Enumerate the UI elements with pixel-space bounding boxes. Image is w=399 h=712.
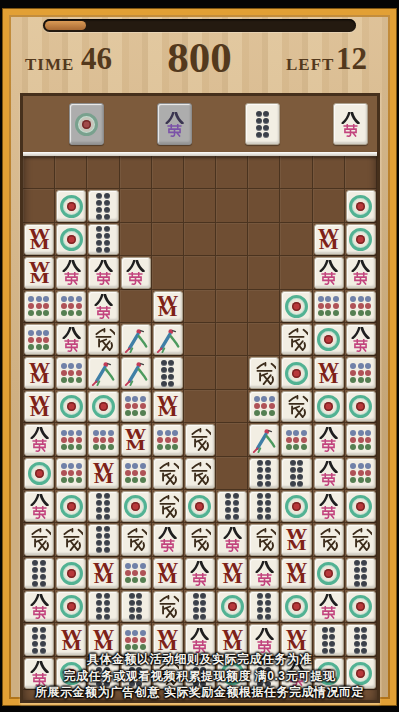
board-cell bbox=[120, 290, 152, 323]
glyph-dot8 bbox=[225, 493, 239, 520]
tile-wan[interactable]: WM bbox=[24, 357, 54, 388]
tile-dot1[interactable] bbox=[217, 591, 247, 622]
board-cell bbox=[216, 390, 248, 423]
board-cell bbox=[120, 256, 152, 289]
glyph-wan: WM bbox=[29, 229, 49, 250]
char-wan bbox=[319, 473, 338, 486]
tile-wan[interactable]: WM bbox=[153, 391, 183, 422]
board-cell bbox=[184, 156, 216, 189]
glyph-dot9 bbox=[125, 396, 147, 416]
tile-wan[interactable]: WM bbox=[24, 224, 54, 255]
tile-dot9[interactable] bbox=[56, 291, 86, 322]
header: TIME 46 800 LEFT 12 bbox=[9, 33, 390, 89]
board-cell bbox=[23, 323, 55, 356]
tile-wan8[interactable] bbox=[121, 257, 151, 288]
tile-dot9[interactable] bbox=[88, 424, 118, 455]
tile-wan8[interactable] bbox=[346, 324, 376, 355]
board-cell bbox=[248, 323, 280, 356]
board-cell bbox=[216, 590, 248, 623]
tile-dot1[interactable] bbox=[346, 190, 376, 221]
tile-dot8[interactable] bbox=[88, 190, 118, 221]
board-cell bbox=[23, 423, 55, 456]
board-cell bbox=[248, 523, 280, 556]
glyph-wan: WM bbox=[318, 363, 338, 384]
tile-dot1[interactable] bbox=[314, 391, 344, 422]
tile-fa[interactable] bbox=[314, 524, 344, 555]
timer-progress-bar bbox=[43, 19, 356, 32]
board-cell bbox=[345, 290, 377, 323]
tile-dot9[interactable] bbox=[346, 424, 376, 455]
tile-wan8[interactable] bbox=[314, 458, 344, 489]
board-cell: WM bbox=[23, 356, 55, 389]
tile-dot1[interactable] bbox=[281, 291, 311, 322]
board-cell bbox=[152, 156, 184, 189]
tile-dot1[interactable] bbox=[185, 491, 215, 522]
board-cell: WM bbox=[313, 223, 345, 256]
tile-wan[interactable]: WM bbox=[217, 558, 247, 589]
tile-wan[interactable]: WM bbox=[24, 257, 54, 288]
glyph-dot8 bbox=[256, 111, 270, 138]
board-cell: WM bbox=[87, 457, 119, 490]
tile-dot8[interactable] bbox=[249, 491, 279, 522]
board-cell bbox=[184, 356, 216, 389]
board-cell bbox=[152, 256, 184, 289]
char-ba bbox=[94, 260, 113, 272]
tile-wan8[interactable] bbox=[88, 257, 118, 288]
board-cell bbox=[280, 390, 312, 423]
board-cell bbox=[216, 523, 248, 556]
glyph-fa bbox=[60, 528, 83, 551]
glyph-dot1 bbox=[349, 495, 372, 518]
board-cell bbox=[23, 189, 55, 222]
tile-fa[interactable] bbox=[185, 524, 215, 555]
tile-wan8[interactable] bbox=[314, 424, 344, 455]
tile-dot1[interactable] bbox=[314, 324, 344, 355]
board-cell bbox=[248, 156, 280, 189]
glyph-fa bbox=[285, 328, 308, 351]
board-cell bbox=[23, 457, 55, 490]
char-ba bbox=[223, 527, 242, 539]
tile-dot8[interactable] bbox=[88, 524, 118, 555]
glyph-wan: WM bbox=[29, 396, 49, 417]
board-cell bbox=[23, 557, 55, 590]
glyph-wan: WM bbox=[61, 630, 81, 651]
glyph-wan: WM bbox=[286, 630, 306, 651]
tile-dot1[interactable] bbox=[346, 491, 376, 522]
glyph-wan8 bbox=[30, 494, 49, 519]
board-cell bbox=[248, 457, 280, 490]
tile-dot1[interactable] bbox=[281, 591, 311, 622]
tile-wan[interactable]: WM bbox=[314, 224, 344, 255]
tile-fa[interactable] bbox=[88, 324, 118, 355]
glyph-dot1 bbox=[28, 462, 51, 485]
board-cell bbox=[87, 423, 119, 456]
tile-fa[interactable] bbox=[281, 324, 311, 355]
char-ba bbox=[319, 594, 338, 606]
char-ba bbox=[30, 594, 49, 606]
tile-dot9[interactable] bbox=[121, 391, 151, 422]
glyph-wan: WM bbox=[158, 396, 178, 417]
glyph-dot1 bbox=[349, 595, 372, 618]
board-cell bbox=[184, 223, 216, 256]
tile-wan8[interactable] bbox=[56, 257, 86, 288]
char-wan bbox=[190, 573, 209, 586]
board-cell bbox=[23, 290, 55, 323]
glyph-bamboo1-bird bbox=[90, 360, 116, 386]
tile-dot8[interactable] bbox=[88, 591, 118, 622]
tile-dot1[interactable] bbox=[281, 357, 311, 388]
tile-dot8[interactable] bbox=[121, 591, 151, 622]
board-cell bbox=[216, 490, 248, 523]
tile-wan8[interactable] bbox=[185, 558, 215, 589]
char-ba bbox=[94, 294, 113, 306]
glyph-dot9 bbox=[286, 430, 308, 450]
board-cell: WM bbox=[152, 390, 184, 423]
tile-wan8[interactable] bbox=[249, 558, 279, 589]
board-cell bbox=[55, 256, 87, 289]
tile-wan8[interactable] bbox=[333, 103, 368, 145]
board-cell bbox=[152, 189, 184, 222]
tile-dot9[interactable] bbox=[121, 458, 151, 489]
board-cell bbox=[280, 256, 312, 289]
tile-dot1[interactable] bbox=[56, 224, 86, 255]
glyph-fa bbox=[188, 462, 211, 485]
board-cell bbox=[120, 356, 152, 389]
tile-dot1[interactable] bbox=[56, 491, 86, 522]
board-cell bbox=[313, 290, 345, 323]
glyph-bamboo1-bird bbox=[123, 327, 149, 353]
glyph-dot9 bbox=[350, 463, 372, 483]
tile-bamboo1-bird[interactable] bbox=[153, 324, 183, 355]
glyph-dot8 bbox=[96, 193, 110, 220]
glyph-dot9 bbox=[61, 363, 83, 383]
tile-dot8[interactable] bbox=[88, 491, 118, 522]
char-wan bbox=[62, 272, 81, 285]
tile-fa[interactable] bbox=[56, 524, 86, 555]
board-cell bbox=[248, 189, 280, 222]
tile-wan8[interactable] bbox=[24, 424, 54, 455]
tile-dot8[interactable] bbox=[153, 357, 183, 388]
board-cell bbox=[87, 523, 119, 556]
tile-dot1[interactable] bbox=[314, 558, 344, 589]
tile-bamboo1-bird[interactable] bbox=[121, 357, 151, 388]
glyph-dot1 bbox=[60, 228, 83, 251]
tile-fa[interactable] bbox=[153, 458, 183, 489]
board-cell bbox=[345, 256, 377, 289]
board-cell bbox=[120, 590, 152, 623]
board-cell bbox=[87, 290, 119, 323]
glyph-dot8 bbox=[129, 593, 143, 620]
glyph-fa bbox=[156, 462, 179, 485]
char-wan bbox=[319, 272, 338, 285]
glyph-dot8 bbox=[193, 593, 207, 620]
glyph-dot9 bbox=[28, 330, 50, 350]
tile-fa[interactable] bbox=[185, 424, 215, 455]
board-cell bbox=[23, 590, 55, 623]
char-wan bbox=[341, 124, 360, 137]
tile-dot8[interactable] bbox=[88, 224, 118, 255]
board-cell bbox=[280, 323, 312, 356]
board-cell bbox=[280, 290, 312, 323]
tile-wan8[interactable] bbox=[346, 257, 376, 288]
disclaimer-line-1: 具体金额以活动细则及实际完成任务为准 bbox=[0, 651, 399, 668]
char-wan bbox=[126, 272, 145, 285]
glyph-fa bbox=[285, 395, 308, 418]
board-cell: WM bbox=[280, 523, 312, 556]
board-cell bbox=[55, 156, 87, 189]
glyph-dot8 bbox=[32, 560, 46, 587]
tile-wan[interactable]: WM bbox=[88, 558, 118, 589]
board-cell bbox=[216, 457, 248, 490]
tile-fa[interactable] bbox=[281, 391, 311, 422]
tile-dot9[interactable] bbox=[281, 424, 311, 455]
char-wan bbox=[255, 573, 274, 586]
glyph-dot9 bbox=[157, 430, 179, 450]
board-cell: WM bbox=[280, 557, 312, 590]
glyph-wan8 bbox=[62, 327, 81, 352]
tile-dot8[interactable] bbox=[249, 591, 279, 622]
tile-dot1[interactable] bbox=[346, 391, 376, 422]
glyph-dot8 bbox=[354, 560, 368, 587]
tile-wan8[interactable] bbox=[24, 591, 54, 622]
tile-dot8[interactable] bbox=[281, 458, 311, 489]
glyph-wan8 bbox=[319, 260, 338, 285]
board-cell bbox=[184, 523, 216, 556]
tile-dot8[interactable] bbox=[217, 491, 247, 522]
board-cell bbox=[87, 390, 119, 423]
tile-dot1[interactable] bbox=[346, 224, 376, 255]
left-label: LEFT bbox=[286, 55, 334, 75]
glyph-dot1 bbox=[349, 228, 372, 251]
tile-dot9[interactable] bbox=[56, 357, 86, 388]
board-cell bbox=[23, 490, 55, 523]
board-cell bbox=[216, 156, 248, 189]
board-cell bbox=[280, 590, 312, 623]
board-cell bbox=[87, 490, 119, 523]
tile-fa[interactable] bbox=[153, 491, 183, 522]
glyph-dot1 bbox=[349, 195, 372, 218]
board-cell bbox=[87, 223, 119, 256]
tile-dot1[interactable] bbox=[88, 391, 118, 422]
tile-dot8[interactable] bbox=[185, 591, 215, 622]
glyph-dot8 bbox=[32, 627, 46, 654]
char-wan bbox=[30, 606, 49, 619]
char-ba bbox=[126, 260, 145, 272]
tile-dot9[interactable] bbox=[24, 324, 54, 355]
tile-fa[interactable] bbox=[121, 524, 151, 555]
tile-bamboo1-bird[interactable] bbox=[249, 424, 279, 455]
board-cell bbox=[184, 290, 216, 323]
board-cell bbox=[248, 356, 280, 389]
glyph-fa bbox=[124, 528, 147, 551]
glyph-wan8 bbox=[255, 628, 274, 653]
board-cell bbox=[87, 156, 119, 189]
char-wan bbox=[351, 339, 370, 352]
tile-dot1[interactable] bbox=[56, 391, 86, 422]
glyph-wan8 bbox=[319, 427, 338, 452]
board-cell: WM bbox=[120, 423, 152, 456]
tile-fa[interactable] bbox=[185, 458, 215, 489]
tile-dot1[interactable] bbox=[121, 491, 151, 522]
char-wan bbox=[62, 339, 81, 352]
board-cell bbox=[55, 223, 87, 256]
glyph-wan: WM bbox=[93, 563, 113, 584]
tile-dot9[interactable] bbox=[56, 424, 86, 455]
board-cell bbox=[248, 590, 280, 623]
tile-wan8[interactable] bbox=[314, 257, 344, 288]
tile-wan[interactable]: WM bbox=[153, 291, 183, 322]
board-cell bbox=[184, 256, 216, 289]
board-cell bbox=[184, 590, 216, 623]
glyph-wan8 bbox=[126, 260, 145, 285]
board-cell bbox=[55, 457, 87, 490]
board-cell bbox=[152, 423, 184, 456]
board-cell bbox=[55, 290, 87, 323]
glyph-fa bbox=[28, 528, 51, 551]
tile-dot1[interactable] bbox=[281, 491, 311, 522]
tile-dot9[interactable] bbox=[346, 357, 376, 388]
glyph-wan: WM bbox=[29, 262, 49, 283]
board-cell bbox=[120, 523, 152, 556]
board-cell bbox=[216, 323, 248, 356]
glyph-fa bbox=[317, 528, 340, 551]
char-wan bbox=[351, 272, 370, 285]
tile-wan[interactable]: WM bbox=[153, 558, 183, 589]
glyph-fa bbox=[92, 328, 115, 351]
char-wan bbox=[158, 539, 177, 552]
board-cell bbox=[280, 223, 312, 256]
board-cell bbox=[345, 590, 377, 623]
tile-wan[interactable]: WM bbox=[121, 424, 151, 455]
char-wan bbox=[30, 506, 49, 519]
tile-bamboo1-bird[interactable] bbox=[88, 357, 118, 388]
tile-dot1[interactable] bbox=[56, 190, 86, 221]
board-cell bbox=[345, 323, 377, 356]
tile-bamboo1-bird[interactable] bbox=[121, 324, 151, 355]
tile-wan8[interactable] bbox=[24, 491, 54, 522]
glyph-wan8 bbox=[94, 294, 113, 319]
glyph-bamboo1-bird bbox=[123, 360, 149, 386]
tile-fa[interactable] bbox=[249, 524, 279, 555]
tile-wan[interactable]: WM bbox=[314, 357, 344, 388]
tile-dot8[interactable] bbox=[346, 558, 376, 589]
char-ba bbox=[351, 260, 370, 272]
glyph-fa bbox=[253, 362, 276, 385]
board-cell bbox=[87, 356, 119, 389]
glyph-wan: WM bbox=[29, 363, 49, 384]
tile-dot1[interactable] bbox=[56, 591, 86, 622]
tile-wan8[interactable] bbox=[217, 524, 247, 555]
board-cell bbox=[120, 557, 152, 590]
tile-dot9[interactable] bbox=[56, 458, 86, 489]
glyph-wan8 bbox=[351, 260, 370, 285]
tile-wan[interactable]: WM bbox=[281, 558, 311, 589]
board-cell bbox=[345, 189, 377, 222]
tile-wan[interactable]: WM bbox=[281, 524, 311, 555]
tile-dot8[interactable] bbox=[245, 103, 280, 145]
board-cell bbox=[345, 557, 377, 590]
glyph-wan8 bbox=[94, 260, 113, 285]
tile-wan8[interactable] bbox=[314, 591, 344, 622]
glyph-wan: WM bbox=[222, 630, 242, 651]
board-cell bbox=[345, 490, 377, 523]
tile-fa[interactable] bbox=[153, 591, 183, 622]
board-cell bbox=[345, 423, 377, 456]
glyph-dot9 bbox=[28, 296, 50, 316]
glyph-dot1 bbox=[92, 395, 115, 418]
tile-dot9[interactable] bbox=[153, 424, 183, 455]
tile-wan8[interactable] bbox=[56, 324, 86, 355]
tile-fa[interactable] bbox=[249, 357, 279, 388]
game-screen: TIME 46 800 LEFT 12 WMWMWMWMWMWMWMWMWMWM… bbox=[0, 0, 399, 712]
tile-dot9[interactable] bbox=[24, 291, 54, 322]
board-cell bbox=[248, 490, 280, 523]
tile-fa[interactable] bbox=[24, 524, 54, 555]
tile-dot9[interactable] bbox=[314, 291, 344, 322]
glyph-dot1 bbox=[124, 495, 147, 518]
board-cell bbox=[120, 457, 152, 490]
tile-dot9[interactable] bbox=[346, 291, 376, 322]
glyph-wan: WM bbox=[158, 563, 178, 584]
glyph-dot9 bbox=[125, 630, 147, 650]
tile-dot9[interactable] bbox=[346, 458, 376, 489]
board-cell bbox=[152, 223, 184, 256]
tile-wan8[interactable] bbox=[88, 291, 118, 322]
tile-fa[interactable] bbox=[346, 524, 376, 555]
board-cell bbox=[313, 156, 345, 189]
glyph-wan: WM bbox=[93, 463, 113, 484]
board-cell bbox=[152, 323, 184, 356]
board-cell bbox=[313, 523, 345, 556]
tile-dot8[interactable] bbox=[24, 558, 54, 589]
tile-dot1[interactable] bbox=[24, 458, 54, 489]
board-cell bbox=[248, 256, 280, 289]
glyph-dot1 bbox=[285, 362, 308, 385]
board-cell bbox=[120, 490, 152, 523]
tile-dot8[interactable] bbox=[249, 458, 279, 489]
tile-dot9[interactable] bbox=[249, 391, 279, 422]
board-cell bbox=[216, 423, 248, 456]
glyph-wan8 bbox=[223, 527, 242, 552]
board-cell: WM bbox=[313, 356, 345, 389]
board-cell bbox=[280, 189, 312, 222]
char-ba bbox=[319, 461, 338, 473]
glyph-dot8 bbox=[161, 360, 175, 387]
glyph-dot1 bbox=[349, 395, 372, 418]
tile-dot1[interactable] bbox=[56, 558, 86, 589]
glyph-wan8 bbox=[190, 628, 209, 653]
tile-wan[interactable]: WM bbox=[24, 391, 54, 422]
glyph-dot1 bbox=[317, 328, 340, 351]
tile-wan8[interactable] bbox=[314, 491, 344, 522]
tile-wan[interactable]: WM bbox=[88, 458, 118, 489]
board-cell bbox=[152, 356, 184, 389]
tile-wan8[interactable] bbox=[153, 524, 183, 555]
tile-dot9[interactable] bbox=[121, 558, 151, 589]
glyph-dot8 bbox=[290, 460, 304, 487]
board-cell bbox=[345, 156, 377, 189]
board-cell bbox=[313, 457, 345, 490]
char-ba bbox=[62, 260, 81, 272]
board-cell bbox=[55, 356, 87, 389]
tile-dot1[interactable] bbox=[346, 591, 376, 622]
glyph-bamboo1-bird bbox=[251, 427, 277, 453]
board-cell bbox=[55, 189, 87, 222]
glyph-wan8 bbox=[190, 561, 209, 586]
char-wan bbox=[223, 539, 242, 552]
glyph-dot9 bbox=[125, 463, 147, 483]
tile-wan8 bbox=[157, 103, 192, 145]
